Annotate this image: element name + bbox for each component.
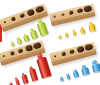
cylinder-body bbox=[21, 74, 28, 84]
cylinder-body bbox=[66, 75, 71, 80]
blue-knobbed-cylinder-5 bbox=[90, 59, 100, 73]
cylinder-body bbox=[91, 63, 100, 73]
red-hole-2 bbox=[10, 51, 15, 55]
blue-hole-2 bbox=[61, 52, 65, 56]
blue-hole-3 bbox=[69, 49, 75, 54]
yellow-knobbed-cylinder-5 bbox=[87, 21, 95, 32]
cylinder-body bbox=[81, 68, 89, 76]
cylinder-body bbox=[73, 71, 79, 78]
product-photo bbox=[0, 0, 100, 85]
green-hole-2 bbox=[11, 17, 16, 21]
blue-cylinder-set bbox=[46, 36, 100, 85]
cylinder-body bbox=[88, 24, 96, 33]
red-knobbed-cylinder-1 bbox=[9, 81, 13, 85]
blue-knobbed-cylinder-4 bbox=[81, 65, 90, 76]
cylinder-body bbox=[65, 33, 69, 38]
red-hole-3 bbox=[17, 48, 23, 53]
yellow-hole-2 bbox=[61, 13, 65, 17]
blue-hole-1 bbox=[54, 55, 57, 57]
yellow-hole-3 bbox=[68, 10, 74, 15]
yellow-hole-1 bbox=[53, 15, 56, 17]
green-hole-3 bbox=[19, 13, 25, 19]
cylinder-body bbox=[58, 35, 61, 39]
cylinder-body bbox=[80, 28, 86, 34]
green-hole-1 bbox=[3, 21, 6, 24]
blue-knobbed-cylinder-3 bbox=[72, 69, 79, 78]
red-knobbed-cylinder-4 bbox=[28, 66, 38, 82]
red-knobbed-cylinder-3 bbox=[21, 72, 29, 84]
cylinder-body bbox=[29, 69, 38, 82]
blue-knobbed-cylinder-1 bbox=[60, 77, 64, 82]
blue-knobbed-cylinder-2 bbox=[66, 73, 71, 80]
red-knobbed-cylinder-2 bbox=[14, 77, 20, 85]
yellow-knobbed-cylinder-4 bbox=[79, 26, 85, 34]
cylinder-body bbox=[15, 78, 21, 85]
red-hole-1 bbox=[2, 55, 5, 58]
cylinder-body bbox=[9, 82, 13, 85]
yellow-knobbed-cylinder-3 bbox=[72, 30, 77, 37]
cylinder-body bbox=[60, 77, 63, 81]
cylinder-body bbox=[72, 31, 76, 36]
yellow-hole-4 bbox=[76, 8, 83, 14]
yellow-knobbed-cylinder-2 bbox=[65, 32, 69, 38]
yellow-knobbed-cylinder-1 bbox=[58, 34, 61, 39]
